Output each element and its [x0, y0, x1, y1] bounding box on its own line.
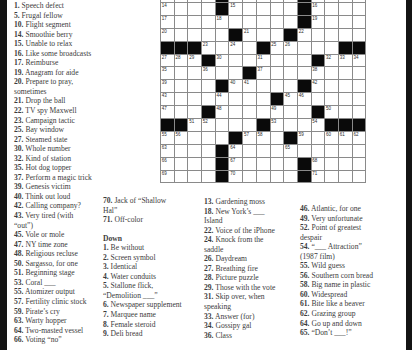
grid-cell[interactable]: 5 — [229, 0, 242, 2]
grid-cell[interactable] — [325, 171, 338, 183]
clue-number: 26. — [204, 254, 214, 263]
grid-cell[interactable] — [271, 132, 284, 144]
cell-number: 63 — [162, 145, 167, 150]
grid-cell[interactable] — [298, 106, 311, 118]
grid-cell[interactable] — [188, 93, 201, 105]
clue-item: 32. Kind of station — [14, 154, 116, 164]
grid-cell[interactable] — [257, 106, 270, 118]
clue-number: 17. — [14, 58, 24, 67]
clue-number: 55. — [300, 261, 310, 270]
clue-text: Bite like a beaver — [311, 299, 364, 308]
grid-cell[interactable] — [229, 16, 242, 28]
grid-cell[interactable] — [243, 93, 256, 105]
grid-cell[interactable] — [188, 16, 201, 28]
grid-cell[interactable] — [353, 106, 366, 118]
clue-item: 46. Atlantic, for one — [300, 204, 406, 214]
grid-cell[interactable] — [202, 93, 215, 105]
grid-cell[interactable]: 54 — [312, 119, 325, 131]
grid-cell[interactable] — [298, 119, 311, 131]
grid-cell[interactable] — [353, 145, 366, 157]
clue-number: 47. — [14, 240, 24, 249]
grid-cell[interactable] — [188, 145, 201, 157]
clue-number: 4. — [103, 272, 109, 281]
grid-cell[interactable]: 52 — [202, 119, 215, 131]
clue-item: 15. Unable to relax — [14, 39, 116, 49]
clue-number: 27. — [14, 135, 24, 144]
grid-cell[interactable]: 4 — [202, 0, 215, 2]
grid-cell[interactable] — [339, 106, 352, 118]
cell-number: 64 — [230, 145, 235, 150]
grid-cell[interactable] — [202, 29, 215, 41]
cell-number: 22 — [299, 29, 304, 34]
clue-number: 7. — [103, 310, 109, 319]
grid-cell[interactable] — [339, 3, 352, 15]
grid-cell[interactable] — [216, 132, 229, 144]
clue-number: 48. — [14, 249, 24, 258]
clue-number: 3. — [103, 262, 109, 271]
grid-cell[interactable]: 24 — [229, 42, 242, 54]
grid-cell[interactable]: 8 — [271, 0, 284, 2]
grid-cell[interactable]: 41 — [243, 80, 256, 92]
clue-item: 5. Stallone flick, “Demolition ___” — [103, 281, 199, 300]
grid-cell[interactable] — [175, 93, 188, 105]
grid-cell[interactable] — [271, 158, 284, 170]
grid-cell[interactable] — [284, 55, 297, 67]
cell-number: 55 — [162, 132, 167, 137]
clue-text: Unable to relax — [25, 39, 72, 48]
grid-cell[interactable]: 13 — [353, 0, 366, 2]
cell-number: 24 — [230, 42, 235, 47]
grid-cell[interactable] — [216, 119, 229, 131]
cell-number: 33 — [340, 55, 345, 60]
grid-cell[interactable] — [312, 93, 325, 105]
grid-cell[interactable] — [284, 16, 297, 28]
grid-cell[interactable] — [229, 119, 242, 131]
grid-cell[interactable]: 48 — [216, 106, 229, 118]
cell-number: 53 — [271, 119, 276, 124]
grid-cell[interactable]: 66 — [161, 158, 174, 170]
grid-cell[interactable] — [284, 80, 297, 92]
puzzle-page: 1. Speech defect5. Frugal fellow10. Flig… — [0, 0, 412, 350]
grid-cell[interactable] — [175, 3, 188, 15]
grid-cell[interactable]: 11 — [325, 0, 338, 2]
grid-cell-black — [257, 42, 270, 54]
clue-item: 22. TV spy Maxwell — [14, 106, 116, 116]
cell-number: 42 — [312, 80, 317, 85]
grid-cell[interactable]: 57 — [243, 132, 256, 144]
grid-cell-black — [216, 145, 229, 157]
grid-cell[interactable]: 35 — [161, 67, 174, 79]
clue-number: 16. — [14, 49, 24, 58]
grid-cell[interactable] — [284, 67, 297, 79]
grid-cell[interactable] — [202, 80, 215, 92]
clue-text: Frugal fellow — [22, 11, 63, 20]
grid-cell[interactable] — [271, 3, 284, 15]
grid-cell[interactable] — [257, 158, 270, 170]
grid-cell[interactable]: 10 — [312, 0, 325, 2]
clue-item: 54. “___ Attraction” (1987 film) — [300, 242, 406, 261]
grid-cell[interactable] — [325, 16, 338, 28]
grid-cell[interactable] — [243, 16, 256, 28]
grid-cell[interactable]: 2 — [175, 0, 188, 2]
grid-cell[interactable]: 26 — [284, 42, 297, 54]
clue-item: 26. Daydream — [204, 254, 299, 264]
grid-cell[interactable]: 33 — [339, 55, 352, 67]
grid-cell[interactable] — [353, 16, 366, 28]
grid-cell[interactable] — [216, 42, 229, 54]
cell-number: 26 — [285, 42, 290, 47]
grid-cell[interactable] — [229, 67, 242, 79]
grid-cell[interactable] — [353, 171, 366, 183]
clue-item: 62. Grazing group — [300, 309, 406, 319]
grid-cell[interactable] — [257, 171, 270, 183]
grid-cell[interactable]: 12 — [339, 0, 352, 2]
clue-text: Drop the ball — [25, 96, 65, 105]
grid-cell[interactable] — [325, 42, 338, 54]
clue-item: 60. Widespread — [300, 290, 406, 300]
grid-cell[interactable] — [325, 158, 338, 170]
grid-cell[interactable] — [188, 80, 201, 92]
grid-cell[interactable] — [188, 67, 201, 79]
grid-cell[interactable]: 46 — [298, 93, 311, 105]
grid-cell[interactable] — [243, 42, 256, 54]
grid-cell[interactable] — [353, 93, 366, 105]
grid-cell[interactable]: 47 — [161, 106, 174, 118]
grid-cell[interactable]: 58 — [257, 132, 270, 144]
grid-cell[interactable] — [271, 16, 284, 28]
grid-cell[interactable] — [271, 145, 284, 157]
grid-cell[interactable] — [284, 158, 297, 170]
clue-text: Vole or mole — [25, 230, 64, 239]
grid-cell[interactable] — [175, 16, 188, 28]
clue-number: 34. — [204, 321, 214, 330]
clue-item: 33. Answer (for) — [204, 312, 299, 322]
grid-cell-black — [188, 42, 201, 54]
grid-cell[interactable] — [216, 29, 229, 41]
grid-cell[interactable] — [243, 145, 256, 157]
grid-cell[interactable] — [188, 106, 201, 118]
grid-cell[interactable]: 22 — [298, 29, 311, 41]
grid-cell[interactable]: 44 — [216, 93, 229, 105]
grid-cell[interactable]: 37 — [257, 67, 270, 79]
grid-cell[interactable] — [325, 145, 338, 157]
clue-text: Anagram for aide — [25, 68, 79, 77]
across-clues-column: 1. Speech defect5. Frugal fellow10. Flig… — [14, 1, 116, 345]
grid-cell[interactable] — [229, 55, 242, 67]
grid-cell[interactable]: 65 — [284, 145, 297, 157]
clue-text: Sargasso, for one — [25, 259, 77, 268]
grid-cell[interactable]: 9 — [284, 0, 297, 2]
grid-cell[interactable] — [271, 55, 284, 67]
grid-cell[interactable] — [284, 119, 297, 131]
clue-item: 16. Like some broadcasts — [14, 49, 116, 59]
clue-item: 17. Reimburse — [14, 58, 116, 68]
grid-cell[interactable] — [284, 3, 297, 15]
grid-cell[interactable] — [202, 145, 215, 157]
clue-item: 71. Off-color — [103, 215, 199, 225]
clue-text: Reimburse — [25, 58, 58, 67]
grid-cell[interactable] — [188, 132, 201, 144]
clue-item: 52. Point of greatest despair — [300, 223, 406, 242]
cell-number: 17 — [162, 16, 167, 21]
grid-cell[interactable]: 45 — [284, 93, 297, 105]
grid-cell[interactable]: 31 — [257, 55, 270, 67]
grid-cell[interactable] — [353, 29, 366, 41]
clue-item: 50. Sargasso, for one — [14, 259, 116, 269]
grid-cell[interactable] — [298, 67, 311, 79]
grid-cell[interactable] — [325, 80, 338, 92]
grid-cell[interactable]: 50 — [325, 106, 338, 118]
clue-item: 31. Skip over, when speaking — [204, 292, 299, 311]
clue-text: Perform a magic trick — [25, 173, 91, 182]
grid-cell[interactable] — [257, 80, 270, 92]
cell-number: 20 — [162, 29, 167, 34]
grid-cell[interactable]: 34 — [353, 55, 366, 67]
grid-cell-black — [229, 29, 242, 41]
clue-item: 21. Drop the ball — [14, 96, 116, 106]
clue-item: 39. Genesis victim — [14, 182, 116, 192]
grid-cell[interactable] — [229, 93, 242, 105]
grid-cell[interactable]: 23 — [202, 42, 215, 54]
clue-text: Genesis victim — [25, 182, 70, 191]
clue-number: 6. — [103, 300, 109, 309]
clue-item: 42. Calling company? — [14, 201, 116, 211]
grid-cell[interactable] — [188, 3, 201, 15]
grid-cell[interactable] — [175, 67, 188, 79]
grid-cell[interactable]: 29 — [188, 55, 201, 67]
clue-number: 58. — [300, 280, 310, 289]
clue-text: Deli bread — [111, 329, 143, 338]
clue-item: 43. Very tired (with “out”) — [14, 211, 116, 230]
grid-cell[interactable] — [202, 132, 215, 144]
grid-cell[interactable]: 7 — [257, 0, 270, 2]
grid-cell[interactable]: 42 — [312, 80, 325, 92]
clue-number: 71. — [103, 215, 113, 224]
grid-cell[interactable]: 28 — [175, 55, 188, 67]
grid-cell[interactable] — [353, 3, 366, 15]
cell-number: 49 — [271, 106, 276, 111]
grid-cell[interactable] — [257, 145, 270, 157]
clue-item: 35. Hot dog topper — [14, 163, 116, 173]
grid-cell[interactable] — [175, 106, 188, 118]
grid-cell[interactable]: 49 — [271, 106, 284, 118]
cell-number: 58 — [258, 132, 263, 137]
grid-cell[interactable] — [312, 42, 325, 54]
grid-cell-black — [312, 55, 325, 67]
grid-cell[interactable]: 38 — [312, 67, 325, 79]
grid-cell-black — [216, 0, 229, 2]
grid-cell[interactable] — [339, 80, 352, 92]
grid-cell[interactable] — [353, 67, 366, 79]
grid-cell[interactable] — [271, 67, 284, 79]
grid-cell[interactable] — [257, 3, 270, 15]
cell-number: 62 — [353, 132, 358, 137]
clue-item: 61. Bite like a beaver — [300, 299, 406, 309]
clue-text: Newspaper supplement — [111, 300, 182, 309]
grid-cell[interactable]: 39 — [161, 80, 174, 92]
grid-cell[interactable]: 69 — [161, 171, 174, 183]
grid-cell[interactable] — [325, 67, 338, 79]
grid-cell[interactable] — [339, 67, 352, 79]
grid-cell[interactable]: 30 — [216, 55, 229, 67]
grid-cell[interactable] — [188, 158, 201, 170]
clue-text: Coral ___ — [25, 278, 55, 287]
grid-cell[interactable] — [353, 80, 366, 92]
grid-cell[interactable]: 16 — [312, 3, 325, 15]
clue-number: 37. — [14, 173, 24, 182]
grid-cell[interactable]: 20 — [161, 29, 174, 41]
clue-number: 9. — [103, 329, 109, 338]
grid-cell[interactable]: 25 — [271, 42, 284, 54]
grid-cell[interactable] — [325, 29, 338, 41]
grid-cell[interactable] — [175, 145, 188, 157]
grid-cell[interactable] — [298, 42, 311, 54]
cell-number: 16 — [312, 3, 317, 8]
grid-cell[interactable] — [243, 158, 256, 170]
clue-number: 5. — [14, 11, 20, 20]
clue-number: 62. — [300, 309, 310, 318]
grid-cell[interactable]: 15 — [229, 3, 242, 15]
grid-cell[interactable] — [271, 171, 284, 183]
grid-cell[interactable] — [175, 158, 188, 170]
grid-cell[interactable] — [271, 80, 284, 92]
grid-cell[interactable]: 68 — [312, 158, 325, 170]
grid-cell[interactable] — [243, 171, 256, 183]
grid-cell[interactable] — [339, 145, 352, 157]
grid-cell[interactable] — [188, 171, 201, 183]
grid-cell[interactable] — [202, 16, 215, 28]
grid-cell[interactable]: 36 — [202, 67, 215, 79]
grid-cell[interactable]: 64 — [229, 145, 242, 157]
clue-text: “___ Attraction” (1987 film) — [300, 242, 362, 261]
grid-cell[interactable]: 21 — [243, 29, 256, 41]
grid-cell[interactable] — [216, 67, 229, 79]
grid-cell[interactable] — [339, 93, 352, 105]
clue-number: 63. — [14, 316, 24, 325]
clue-item: 53. Coral ___ — [14, 278, 116, 288]
grid-cell-black — [257, 119, 270, 131]
clue-item: 49. Very unfortunate — [300, 214, 406, 224]
grid-cell[interactable] — [257, 29, 270, 41]
grid-cell[interactable]: 51 — [188, 119, 201, 131]
clue-text: Speech defect — [22, 1, 64, 10]
grid-cell[interactable]: 3 — [188, 0, 201, 2]
grid-cell[interactable]: 17 — [161, 16, 174, 28]
clue-number: 24. — [204, 235, 214, 244]
grid-cell[interactable]: 60 — [325, 132, 338, 144]
grid-cell[interactable] — [271, 29, 284, 41]
grid-cell[interactable] — [243, 106, 256, 118]
clue-number: 56. — [300, 271, 310, 280]
grid-cell[interactable]: 27 — [161, 55, 174, 67]
grid-cell[interactable]: 63 — [161, 145, 174, 157]
grid-cell[interactable] — [188, 29, 201, 41]
grid-cell[interactable] — [175, 171, 188, 183]
grid-cell[interactable]: 59 — [298, 132, 311, 144]
grid-cell[interactable]: 56 — [175, 132, 188, 144]
grid-cell[interactable]: 55 — [161, 132, 174, 144]
grid-cell[interactable]: 1 — [161, 0, 174, 2]
grid-cell[interactable] — [284, 106, 297, 118]
cell-number: 66 — [162, 158, 167, 163]
clue-number: 35. — [14, 163, 24, 172]
grid-cell[interactable] — [243, 3, 256, 15]
grid-cell[interactable] — [312, 29, 325, 41]
grid-cell[interactable]: 19 — [312, 16, 325, 28]
grid-cell[interactable] — [202, 3, 215, 15]
grid-cell-black — [216, 158, 229, 170]
grid-cell[interactable] — [243, 119, 256, 131]
grid-cell[interactable] — [339, 29, 352, 41]
clue-item: 14. Smoothie berry — [14, 30, 116, 40]
grid-cell[interactable] — [312, 145, 325, 157]
grid-cell[interactable]: 62 — [353, 132, 366, 144]
grid-cell-black — [312, 106, 325, 118]
grid-cell[interactable] — [298, 55, 311, 67]
clue-number: 66. — [14, 335, 24, 344]
grid-cell[interactable]: 32 — [325, 55, 338, 67]
clue-number: 30. — [14, 144, 24, 153]
grid-cell[interactable]: 70 — [229, 171, 242, 183]
grid-cell[interactable] — [325, 93, 338, 105]
grid-cell[interactable] — [202, 171, 215, 183]
grid-cell[interactable]: 53 — [271, 119, 284, 131]
clue-text: Be without — [111, 243, 145, 252]
grid-cell[interactable]: 14 — [161, 3, 174, 15]
cell-number: 36 — [203, 67, 208, 72]
clue-item: 66. Voting “no” — [14, 335, 116, 345]
clue-text: Answer (for) — [215, 312, 254, 321]
clue-text: Like some broadcasts — [25, 49, 91, 58]
clue-text: Jack of “Shallow Hal” — [103, 196, 166, 215]
grid-cell[interactable] — [339, 171, 352, 183]
clue-item: 37. Perform a magic trick — [14, 173, 116, 183]
cell-number: 71 — [312, 171, 317, 176]
clue-text: Two-masted vessel — [25, 326, 83, 335]
clue-number: 55. — [14, 287, 24, 296]
grid-cell[interactable] — [325, 3, 338, 15]
clue-number: 14. — [14, 30, 24, 39]
grid-cell-black — [243, 67, 256, 79]
grid-cell[interactable]: 18 — [216, 16, 229, 28]
grid-cell[interactable] — [298, 145, 311, 157]
grid-cell[interactable] — [284, 171, 297, 183]
grid-cell[interactable] — [339, 16, 352, 28]
grid-cell[interactable]: 6 — [243, 0, 256, 2]
grid-cell[interactable] — [243, 55, 256, 67]
clue-number: 15. — [14, 39, 24, 48]
grid-cell[interactable]: 40 — [229, 80, 242, 92]
grid-cell[interactable] — [353, 158, 366, 170]
clue-item: 9. Deli bread — [103, 329, 199, 339]
cell-number: 41 — [244, 80, 249, 85]
grid-cell[interactable] — [257, 16, 270, 28]
grid-cell[interactable] — [202, 158, 215, 170]
grid-cell[interactable] — [175, 80, 188, 92]
clues-column-3: 13. Gardening moss18. New York’s ___ Isl… — [204, 197, 299, 340]
grid-cell[interactable] — [257, 93, 270, 105]
grid-cell[interactable] — [175, 29, 188, 41]
clue-number: 8. — [103, 320, 109, 329]
grid-cell[interactable] — [339, 158, 352, 170]
grid-cell[interactable]: 71 — [312, 171, 325, 183]
grid-cell[interactable]: 61 — [339, 132, 352, 144]
grid-cell[interactable] — [312, 132, 325, 144]
cell-number: 68 — [312, 158, 317, 163]
grid-cell[interactable]: 67 — [229, 158, 242, 170]
grid-cell[interactable]: 43 — [161, 93, 174, 105]
grid-cell[interactable] — [229, 106, 242, 118]
